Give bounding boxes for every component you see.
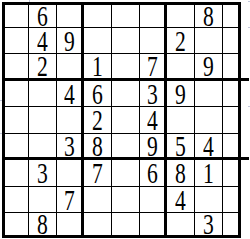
cell-r3c2[interactable]: 2	[29, 54, 57, 81]
cell-r5c2[interactable]	[29, 107, 57, 134]
cell-r5c9[interactable]	[223, 107, 238, 134]
cell-r3c9[interactable]	[223, 54, 238, 81]
cell-r8c4[interactable]	[84, 187, 112, 213]
digit: 9	[203, 51, 214, 81]
digit: 3	[64, 131, 75, 161]
cell-r7c8[interactable]: 1	[195, 160, 223, 187]
cell-r9c4[interactable]	[84, 213, 112, 235]
cell-r4c2[interactable]	[29, 81, 57, 107]
screen: 68492217946392438954376817483	[0, 0, 250, 239]
spreadsheet-gridline-stub	[248, 27, 250, 28]
cell-r9c8[interactable]: 3	[195, 213, 223, 235]
box-line-overshoot-top	[239, 78, 249, 81]
cell-r8c7[interactable]: 4	[167, 187, 195, 213]
cell-r4c1[interactable]	[5, 81, 29, 107]
cell-r3c8[interactable]: 9	[195, 54, 223, 81]
cell-r9c5[interactable]	[112, 213, 140, 235]
spreadsheet-gridline-stub	[29, 0, 30, 2]
cell-r2c9[interactable]	[223, 28, 238, 54]
cell-r8c6[interactable]	[140, 187, 167, 213]
cell-r5c5[interactable]	[112, 107, 140, 134]
cell-r6c3[interactable]: 3	[57, 134, 84, 160]
digit: 2	[175, 26, 186, 56]
cell-r7c5[interactable]	[112, 160, 140, 187]
cell-r4c3[interactable]: 4	[57, 81, 84, 107]
cell-r1c1[interactable]	[5, 5, 29, 28]
cell-r3c5[interactable]	[112, 54, 140, 81]
cell-r4c9[interactable]	[223, 81, 238, 107]
cell-r9c3[interactable]	[57, 213, 84, 235]
cell-r9c6[interactable]	[140, 213, 167, 235]
digit: 4	[64, 79, 75, 109]
cell-r4c7[interactable]: 9	[167, 81, 195, 107]
digit: 9	[64, 26, 75, 56]
digit: 2	[37, 51, 48, 81]
cell-r1c8[interactable]: 8	[195, 5, 223, 28]
cell-r2c3[interactable]: 9	[57, 28, 84, 54]
cell-r2c7[interactable]: 2	[167, 28, 195, 54]
digit: 6	[147, 158, 158, 188]
cell-r6c1[interactable]	[5, 134, 29, 160]
cell-r9c7[interactable]	[167, 213, 195, 235]
cell-r8c3[interactable]: 7	[57, 187, 84, 213]
cell-r7c4[interactable]: 7	[84, 160, 112, 187]
digit: 8	[37, 209, 48, 239]
spreadsheet-gridline-stub	[248, 1, 250, 2]
cell-r4c5[interactable]	[112, 81, 140, 107]
cell-r6c9[interactable]	[223, 134, 238, 160]
digit: 7	[92, 158, 103, 188]
digit: 8	[203, 1, 214, 31]
cell-r9c9[interactable]	[223, 213, 238, 235]
cell-r7c1[interactable]	[5, 160, 29, 187]
cell-r3c1[interactable]	[5, 54, 29, 81]
digit: 3	[37, 158, 48, 188]
cell-r2c5[interactable]	[112, 28, 140, 54]
cell-r1c9[interactable]	[223, 5, 238, 28]
digit: 1	[203, 158, 214, 188]
digit: 4	[175, 185, 186, 215]
spreadsheet-gridline-stub	[0, 133, 2, 134]
cell-r4c8[interactable]	[195, 81, 223, 107]
sudoku-board: 68492217946392438954376817483	[2, 2, 241, 238]
cell-r7c2[interactable]: 3	[29, 160, 57, 187]
spreadsheet-gridline-stub	[248, 106, 250, 107]
digit: 7	[64, 185, 75, 215]
digit: 9	[175, 79, 186, 109]
cell-r8c9[interactable]	[223, 187, 238, 213]
cell-r5c1[interactable]	[5, 107, 29, 134]
cell-r9c2[interactable]: 8	[29, 213, 57, 235]
cell-r1c5[interactable]	[112, 5, 140, 28]
cell-r8c5[interactable]	[112, 187, 140, 213]
box-line-overshoot-bottom	[239, 157, 249, 160]
cell-r8c1[interactable]	[5, 187, 29, 213]
cell-r7c9[interactable]	[223, 160, 238, 187]
cell-r9c1[interactable]	[5, 213, 29, 235]
cell-r7c6[interactable]: 6	[140, 160, 167, 187]
digit: 3	[203, 209, 214, 239]
cell-r1c6[interactable]	[140, 5, 167, 28]
cell-r2c1[interactable]	[5, 28, 29, 54]
cell-r1c4[interactable]	[84, 5, 112, 28]
spreadsheet-gridline-stub	[0, 100, 2, 101]
cell-r6c5[interactable]	[112, 134, 140, 160]
